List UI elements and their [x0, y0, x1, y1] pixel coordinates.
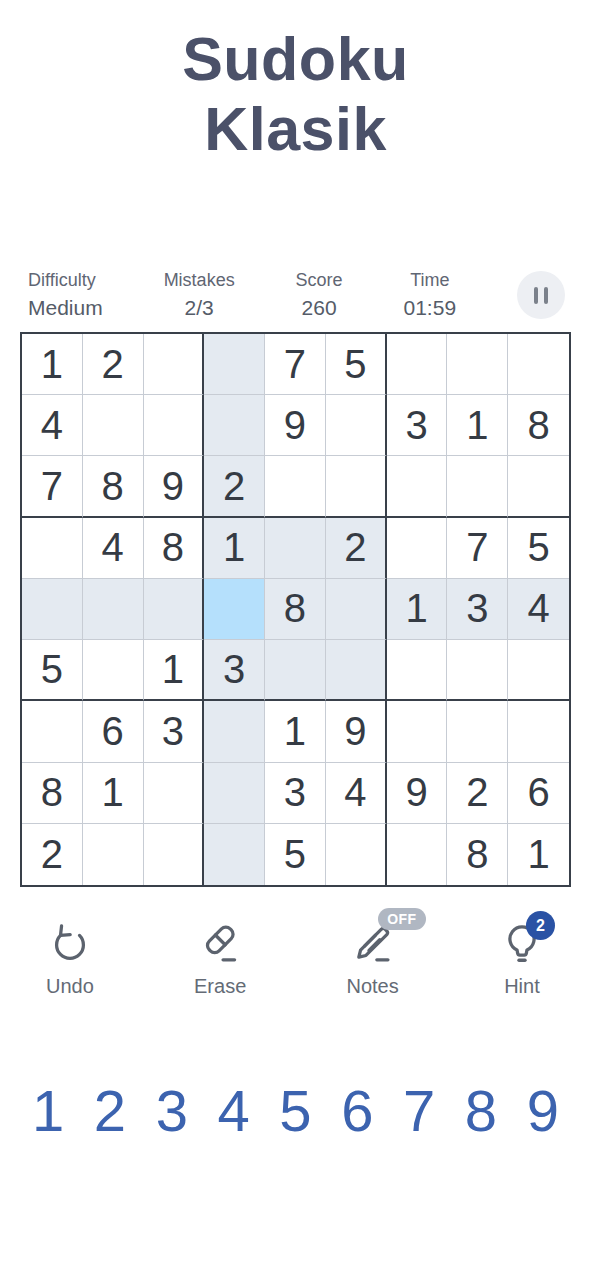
- pause-button[interactable]: [517, 271, 565, 319]
- cell-r6c4[interactable]: 3: [204, 640, 265, 701]
- cell-r7c6[interactable]: 9: [326, 701, 387, 762]
- cell-r7c2[interactable]: 6: [83, 701, 144, 762]
- cell-r3c6[interactable]: [326, 456, 387, 517]
- sudoku-board: 1275493187892481275813451363198134926258…: [20, 332, 571, 887]
- cell-r9c9[interactable]: 1: [508, 824, 569, 885]
- sudoku-app: Sudoku Klasik Difficulty Medium Mistakes…: [0, 0, 591, 1280]
- cell-r9c6[interactable]: [326, 824, 387, 885]
- hint-label: Hint: [504, 975, 540, 998]
- numpad-1[interactable]: 1: [32, 1082, 64, 1140]
- number-pad: 123456789: [32, 1082, 559, 1140]
- cell-r4c2[interactable]: 4: [83, 518, 144, 579]
- cell-r1c1[interactable]: 1: [22, 334, 83, 395]
- score-value: 260: [296, 296, 343, 320]
- undo-icon: [47, 920, 93, 966]
- cell-r2c4[interactable]: [204, 395, 265, 456]
- mistakes-value: 2/3: [164, 296, 235, 320]
- cell-r1c8[interactable]: [447, 334, 508, 395]
- cell-r8c2[interactable]: 1: [83, 763, 144, 824]
- cell-r4c6[interactable]: 2: [326, 518, 387, 579]
- stat-time: Time 01:59: [404, 270, 457, 320]
- cell-r2c5[interactable]: 9: [265, 395, 326, 456]
- cell-r9c8[interactable]: 8: [447, 824, 508, 885]
- cell-r9c1[interactable]: 2: [22, 824, 83, 885]
- cell-r9c4[interactable]: [204, 824, 265, 885]
- cell-r2c3[interactable]: [144, 395, 205, 456]
- cell-r8c6[interactable]: 4: [326, 763, 387, 824]
- difficulty-label: Difficulty: [28, 270, 103, 291]
- cell-r6c6[interactable]: [326, 640, 387, 701]
- cell-r6c2[interactable]: [83, 640, 144, 701]
- score-label: Score: [296, 270, 343, 291]
- numpad-8[interactable]: 8: [465, 1082, 497, 1140]
- numpad-6[interactable]: 6: [341, 1082, 373, 1140]
- cell-r6c8[interactable]: [447, 640, 508, 701]
- cell-r8c5[interactable]: 3: [265, 763, 326, 824]
- hint-count-badge: 2: [526, 911, 555, 940]
- cell-r2c1[interactable]: 4: [22, 395, 83, 456]
- cell-r7c1[interactable]: [22, 701, 83, 762]
- cell-r7c9[interactable]: [508, 701, 569, 762]
- notes-label: Notes: [347, 975, 399, 998]
- cell-r1c6[interactable]: 5: [326, 334, 387, 395]
- cell-r3c1[interactable]: 7: [22, 456, 83, 517]
- cell-r9c3[interactable]: [144, 824, 205, 885]
- numpad-3[interactable]: 3: [156, 1082, 188, 1140]
- notes-off-badge: OFF: [378, 908, 426, 930]
- time-value: 01:59: [404, 296, 457, 320]
- cell-r9c5[interactable]: 5: [265, 824, 326, 885]
- cell-r8c9[interactable]: 6: [508, 763, 569, 824]
- cell-r3c9[interactable]: [508, 456, 569, 517]
- cell-r7c4[interactable]: [204, 701, 265, 762]
- cell-r3c7[interactable]: [387, 456, 448, 517]
- cell-r2c7[interactable]: 3: [387, 395, 448, 456]
- pencil-icon: OFF: [350, 920, 396, 966]
- cell-r6c5[interactable]: [265, 640, 326, 701]
- cell-r4c4[interactable]: 1: [204, 518, 265, 579]
- cell-r6c3[interactable]: 1: [144, 640, 205, 701]
- cell-r4c7[interactable]: [387, 518, 448, 579]
- cell-r1c5[interactable]: 7: [265, 334, 326, 395]
- cell-r5c9[interactable]: 4: [508, 579, 569, 640]
- cell-r3c8[interactable]: [447, 456, 508, 517]
- toolbar: Undo Erase: [46, 920, 545, 998]
- stats-bar: Difficulty Medium Mistakes 2/3 Score 260…: [28, 270, 565, 320]
- pause-icon: [534, 287, 538, 304]
- stat-score: Score 260: [296, 270, 343, 320]
- numpad-2[interactable]: 2: [94, 1082, 126, 1140]
- undo-label: Undo: [46, 975, 94, 998]
- cell-r5c6[interactable]: [326, 579, 387, 640]
- cell-r8c3[interactable]: [144, 763, 205, 824]
- numpad-7[interactable]: 7: [403, 1082, 435, 1140]
- lightbulb-icon: 2: [499, 920, 545, 966]
- cell-r8c8[interactable]: 2: [447, 763, 508, 824]
- cell-r7c7[interactable]: [387, 701, 448, 762]
- cell-r2c9[interactable]: 8: [508, 395, 569, 456]
- cell-r3c3[interactable]: 9: [144, 456, 205, 517]
- app-title-line2: Klasik: [0, 94, 591, 164]
- cell-r3c2[interactable]: 8: [83, 456, 144, 517]
- cell-r7c5[interactable]: 1: [265, 701, 326, 762]
- erase-label: Erase: [194, 975, 246, 998]
- cell-r4c3[interactable]: 8: [144, 518, 205, 579]
- app-title-line1: Sudoku: [0, 24, 591, 94]
- cell-r3c5[interactable]: [265, 456, 326, 517]
- cell-r6c9[interactable]: [508, 640, 569, 701]
- cell-r1c7[interactable]: [387, 334, 448, 395]
- cell-r5c4[interactable]: [204, 579, 265, 640]
- cell-r1c4[interactable]: [204, 334, 265, 395]
- cell-r9c7[interactable]: [387, 824, 448, 885]
- cell-r8c1[interactable]: 8: [22, 763, 83, 824]
- undo-button[interactable]: Undo: [46, 920, 94, 998]
- cell-r6c1[interactable]: 5: [22, 640, 83, 701]
- cell-r2c2[interactable]: [83, 395, 144, 456]
- mistakes-label: Mistakes: [164, 270, 235, 291]
- numpad-5[interactable]: 5: [279, 1082, 311, 1140]
- cell-r3c4[interactable]: 2: [204, 456, 265, 517]
- cell-r6c7[interactable]: [387, 640, 448, 701]
- cell-r5c1[interactable]: [22, 579, 83, 640]
- cell-r4c5[interactable]: [265, 518, 326, 579]
- cell-r1c2[interactable]: 2: [83, 334, 144, 395]
- cell-r5c8[interactable]: 3: [447, 579, 508, 640]
- cell-r4c1[interactable]: [22, 518, 83, 579]
- cell-r8c4[interactable]: [204, 763, 265, 824]
- cell-r5c5[interactable]: 8: [265, 579, 326, 640]
- eraser-icon: [197, 920, 243, 966]
- time-label: Time: [404, 270, 457, 291]
- cell-r5c3[interactable]: [144, 579, 205, 640]
- cell-r7c8[interactable]: [447, 701, 508, 762]
- app-title: Sudoku Klasik: [0, 0, 591, 164]
- stat-difficulty: Difficulty Medium: [28, 270, 103, 320]
- cell-r8c7[interactable]: 9: [387, 763, 448, 824]
- hint-button[interactable]: 2 Hint: [499, 920, 545, 998]
- numpad-4[interactable]: 4: [217, 1082, 249, 1140]
- cell-r2c6[interactable]: [326, 395, 387, 456]
- numpad-9[interactable]: 9: [527, 1082, 559, 1140]
- cell-r5c7[interactable]: 1: [387, 579, 448, 640]
- notes-button[interactable]: OFF Notes: [347, 920, 399, 998]
- cell-r5c2[interactable]: [83, 579, 144, 640]
- cell-r7c3[interactable]: 3: [144, 701, 205, 762]
- cell-r2c8[interactable]: 1: [447, 395, 508, 456]
- cell-r4c9[interactable]: 5: [508, 518, 569, 579]
- cell-r4c8[interactable]: 7: [447, 518, 508, 579]
- difficulty-value: Medium: [28, 296, 103, 320]
- stat-mistakes: Mistakes 2/3: [164, 270, 235, 320]
- cell-r1c9[interactable]: [508, 334, 569, 395]
- cell-r9c2[interactable]: [83, 824, 144, 885]
- erase-button[interactable]: Erase: [194, 920, 246, 998]
- cell-r1c3[interactable]: [144, 334, 205, 395]
